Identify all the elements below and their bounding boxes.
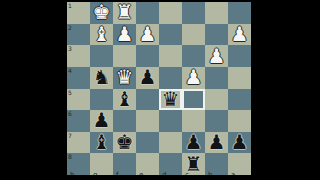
white-pawn[interactable]: ♟ xyxy=(139,24,157,45)
black-pawn[interactable]: ♟ xyxy=(208,132,226,153)
square-a1[interactable] xyxy=(228,2,251,24)
square-g6[interactable]: ♟ xyxy=(90,110,113,132)
file-label-g: g xyxy=(93,172,97,175)
square-d5[interactable]: ♛ xyxy=(159,89,182,111)
file-label-d: d xyxy=(162,172,166,175)
rank-label-6: 6 xyxy=(68,110,72,117)
rank-label-3: 3 xyxy=(68,45,72,52)
square-f5[interactable]: ♝ xyxy=(113,89,136,111)
file-label-b: b xyxy=(208,172,212,175)
square-g5[interactable] xyxy=(90,89,113,111)
square-g1[interactable]: ♚ xyxy=(90,2,113,24)
square-f8[interactable]: f xyxy=(113,153,136,175)
square-b1[interactable] xyxy=(205,2,228,24)
black-queen[interactable]: ♛ xyxy=(162,89,180,110)
square-b8[interactable]: b xyxy=(205,153,228,175)
square-h3[interactable]: 3 xyxy=(67,45,90,67)
square-h8[interactable]: 8h xyxy=(67,153,90,175)
square-e5[interactable] xyxy=(136,89,159,111)
file-label-f: f xyxy=(116,172,118,175)
square-g4[interactable]: ♞ xyxy=(90,67,113,89)
white-pawn[interactable]: ♟ xyxy=(208,46,226,67)
chess-board: 1♚♜2♝♟♟♟3♟4♞♛♟♟5♝♛6♟7♝♚♟♟♟8hgfedc♜ba xyxy=(67,2,251,175)
square-e3[interactable] xyxy=(136,45,159,67)
square-g7[interactable]: ♝ xyxy=(90,132,113,154)
white-pawn[interactable]: ♟ xyxy=(231,24,249,45)
square-c1[interactable] xyxy=(182,2,205,24)
square-g8[interactable]: g xyxy=(90,153,113,175)
square-f4[interactable]: ♛ xyxy=(113,67,136,89)
white-pawn[interactable]: ♟ xyxy=(185,67,203,88)
square-h5[interactable]: 5 xyxy=(67,89,90,111)
square-b2[interactable] xyxy=(205,24,228,46)
square-c5[interactable] xyxy=(182,89,205,111)
square-e7[interactable] xyxy=(136,132,159,154)
square-d7[interactable] xyxy=(159,132,182,154)
file-label-a: a xyxy=(231,172,235,175)
rank-label-4: 4 xyxy=(68,67,72,74)
square-e8[interactable]: e xyxy=(136,153,159,175)
file-label-h: h xyxy=(70,172,74,175)
square-d3[interactable] xyxy=(159,45,182,67)
black-pawn[interactable]: ♟ xyxy=(139,67,157,88)
square-h1[interactable]: 1 xyxy=(67,2,90,24)
square-f2[interactable]: ♟ xyxy=(113,24,136,46)
square-a5[interactable] xyxy=(228,89,251,111)
square-a6[interactable] xyxy=(228,110,251,132)
square-c3[interactable] xyxy=(182,45,205,67)
black-pawn[interactable]: ♟ xyxy=(231,132,249,153)
rank-label-2: 2 xyxy=(68,24,72,31)
white-pawn[interactable]: ♟ xyxy=(116,24,134,45)
square-h7[interactable]: 7 xyxy=(67,132,90,154)
white-king[interactable]: ♚ xyxy=(93,2,111,23)
square-f1[interactable]: ♜ xyxy=(113,2,136,24)
black-pawn[interactable]: ♟ xyxy=(93,110,111,131)
white-rook[interactable]: ♜ xyxy=(116,2,134,23)
black-knight[interactable]: ♞ xyxy=(93,67,111,88)
square-a7[interactable]: ♟ xyxy=(228,132,251,154)
square-b6[interactable] xyxy=(205,110,228,132)
rank-label-7: 7 xyxy=(68,132,72,139)
black-bishop[interactable]: ♝ xyxy=(116,89,134,110)
black-bishop[interactable]: ♝ xyxy=(93,132,111,153)
square-e4[interactable]: ♟ xyxy=(136,67,159,89)
square-c8[interactable]: c♜ xyxy=(182,153,205,175)
black-pawn[interactable]: ♟ xyxy=(185,132,203,153)
square-a4[interactable] xyxy=(228,67,251,89)
rank-label-5: 5 xyxy=(68,89,72,96)
square-g3[interactable] xyxy=(90,45,113,67)
square-e6[interactable] xyxy=(136,110,159,132)
square-f3[interactable] xyxy=(113,45,136,67)
square-d6[interactable] xyxy=(159,110,182,132)
square-d8[interactable]: d xyxy=(159,153,182,175)
square-d1[interactable] xyxy=(159,2,182,24)
square-c4[interactable]: ♟ xyxy=(182,67,205,89)
square-b7[interactable]: ♟ xyxy=(205,132,228,154)
square-c7[interactable]: ♟ xyxy=(182,132,205,154)
square-f7[interactable]: ♚ xyxy=(113,132,136,154)
square-d2[interactable] xyxy=(159,24,182,46)
white-queen[interactable]: ♛ xyxy=(116,67,134,88)
white-bishop[interactable]: ♝ xyxy=(93,24,111,45)
square-c2[interactable] xyxy=(182,24,205,46)
square-g2[interactable]: ♝ xyxy=(90,24,113,46)
square-h6[interactable]: 6 xyxy=(67,110,90,132)
square-h2[interactable]: 2 xyxy=(67,24,90,46)
square-d4[interactable] xyxy=(159,67,182,89)
square-h4[interactable]: 4 xyxy=(67,67,90,89)
square-b5[interactable] xyxy=(205,89,228,111)
square-b3[interactable]: ♟ xyxy=(205,45,228,67)
black-king[interactable]: ♚ xyxy=(116,132,134,153)
square-f6[interactable] xyxy=(113,110,136,132)
rank-label-1: 1 xyxy=(68,2,72,9)
rank-label-8: 8 xyxy=(68,153,72,160)
square-a2[interactable]: ♟ xyxy=(228,24,251,46)
square-a3[interactable] xyxy=(228,45,251,67)
square-e1[interactable] xyxy=(136,2,159,24)
square-e2[interactable]: ♟ xyxy=(136,24,159,46)
square-c6[interactable] xyxy=(182,110,205,132)
square-b4[interactable] xyxy=(205,67,228,89)
file-label-c: c xyxy=(185,172,189,175)
file-label-e: e xyxy=(139,172,143,175)
square-a8[interactable]: a xyxy=(228,153,251,175)
